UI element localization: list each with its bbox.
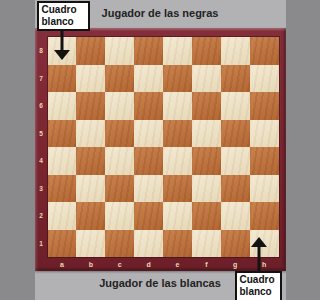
square-h2 [250,202,279,230]
chess-board-frame: 87654321 abcdefgh [35,28,286,271]
square-f3 [192,175,221,203]
callout-text-line1: Cuadro [240,274,278,286]
square-f7 [192,65,221,93]
square-d1 [134,230,163,258]
square-b4 [76,147,105,175]
rank-label-6: 6 [35,92,48,120]
rank-label-1: 1 [35,230,48,258]
square-f2 [192,202,221,230]
square-c6 [105,92,134,120]
square-e7 [163,65,192,93]
square-a5 [48,120,77,148]
chess-board [48,37,279,257]
square-e1 [163,230,192,258]
rank-label-7: 7 [35,65,48,93]
square-d3 [134,175,163,203]
rank-label-8: 8 [35,37,48,65]
file-label-d: d [134,257,163,271]
square-b7 [76,65,105,93]
square-c3 [105,175,134,203]
square-g8 [221,37,250,65]
square-f8 [192,37,221,65]
callout-text-line2: blanco [42,16,86,28]
file-label-f: f [192,257,221,271]
square-g3 [221,175,250,203]
file-label-a: a [48,257,77,271]
rank-label-3: 3 [35,175,48,203]
rank-label-4: 4 [35,147,48,175]
square-g6 [221,92,250,120]
square-e5 [163,120,192,148]
square-g5 [221,120,250,148]
square-c8 [105,37,134,65]
square-a7 [48,65,77,93]
square-b3 [76,175,105,203]
rank-coordinates: 87654321 [35,37,48,257]
square-g7 [221,65,250,93]
file-label-b: b [76,257,105,271]
callout-text-line1: Cuadro [42,4,86,16]
rank-label-2: 2 [35,202,48,230]
square-a4 [48,147,77,175]
square-h3 [250,175,279,203]
square-f5 [192,120,221,148]
square-g2 [221,202,250,230]
square-a2 [48,202,77,230]
square-d5 [134,120,163,148]
square-d4 [134,147,163,175]
white-square-callout-white-side: Cuadro blanco [235,271,282,300]
square-e4 [163,147,192,175]
diagram-canvas: Jugador de las negras 87654321 abcdefgh … [35,0,286,300]
file-label-c: c [105,257,134,271]
square-b8 [76,37,105,65]
square-h5 [250,120,279,148]
square-c1 [105,230,134,258]
square-a6 [48,92,77,120]
file-label-e: e [163,257,192,271]
square-b6 [76,92,105,120]
square-h8 [250,37,279,65]
square-e6 [163,92,192,120]
square-d8 [134,37,163,65]
square-b5 [76,120,105,148]
square-g4 [221,147,250,175]
square-d7 [134,65,163,93]
square-b1 [76,230,105,258]
white-square-callout-black-side: Cuadro blanco [37,1,90,31]
arrow-up-icon [245,237,273,271]
square-a3 [48,175,77,203]
square-f1 [192,230,221,258]
square-h7 [250,65,279,93]
square-e3 [163,175,192,203]
square-h6 [250,92,279,120]
rank-label-5: 5 [35,120,48,148]
square-h4 [250,147,279,175]
square-c4 [105,147,134,175]
square-d2 [134,202,163,230]
square-b2 [76,202,105,230]
square-c7 [105,65,134,93]
square-a1 [48,230,77,258]
square-f4 [192,147,221,175]
square-c2 [105,202,134,230]
square-e2 [163,202,192,230]
square-f6 [192,92,221,120]
square-d6 [134,92,163,120]
callout-text-line2: blanco [240,286,278,298]
square-c5 [105,120,134,148]
square-e8 [163,37,192,65]
arrow-down-icon [48,31,76,60]
